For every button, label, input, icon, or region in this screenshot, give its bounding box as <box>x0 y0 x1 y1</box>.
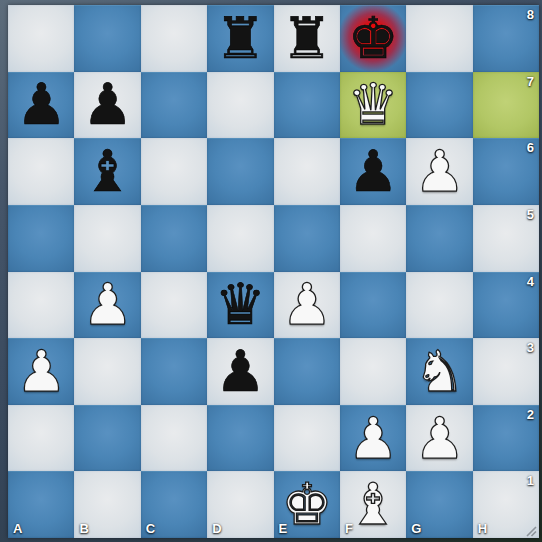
square-f3[interactable] <box>340 338 406 405</box>
piece-white-pawn[interactable]: ♟ <box>74 272 140 339</box>
square-d8[interactable]: ♜ <box>207 5 273 72</box>
piece-black-pawn[interactable]: ♟ <box>8 72 74 139</box>
piece-black-rook[interactable]: ♜ <box>274 5 340 72</box>
piece-white-pawn[interactable]: ♟ <box>406 138 472 205</box>
piece-white-king[interactable]: ♚ <box>274 471 340 538</box>
square-a2[interactable] <box>8 405 74 472</box>
square-f1[interactable]: ♝F <box>340 471 406 538</box>
square-g3[interactable]: ♞ <box>406 338 472 405</box>
square-d2[interactable] <box>207 405 273 472</box>
piece-black-rook[interactable]: ♜ <box>207 5 273 72</box>
square-f5[interactable] <box>340 205 406 272</box>
piece-white-queen[interactable]: ♛ <box>340 72 406 139</box>
square-b5[interactable] <box>74 205 140 272</box>
square-d5[interactable] <box>207 205 273 272</box>
rank-label-7: 7 <box>527 74 534 89</box>
square-d7[interactable] <box>207 72 273 139</box>
square-d6[interactable] <box>207 138 273 205</box>
square-c2[interactable] <box>141 405 207 472</box>
rank-label-6: 6 <box>527 140 534 155</box>
square-e3[interactable] <box>274 338 340 405</box>
piece-black-pawn[interactable]: ♟ <box>74 72 140 139</box>
square-h2[interactable]: 2 <box>473 405 539 472</box>
piece-white-pawn[interactable]: ♟ <box>274 272 340 339</box>
piece-white-pawn[interactable]: ♟ <box>340 405 406 472</box>
square-c6[interactable] <box>141 138 207 205</box>
square-e6[interactable] <box>274 138 340 205</box>
square-f2[interactable]: ♟ <box>340 405 406 472</box>
piece-white-pawn[interactable]: ♟ <box>406 405 472 472</box>
square-a6[interactable] <box>8 138 74 205</box>
square-a7[interactable]: ♟ <box>8 72 74 139</box>
square-b6[interactable]: ♝ <box>74 138 140 205</box>
square-b8[interactable] <box>74 5 140 72</box>
square-g1[interactable]: G <box>406 471 472 538</box>
square-a8[interactable] <box>8 5 74 72</box>
file-label-a: A <box>13 521 22 536</box>
square-a3[interactable]: ♟ <box>8 338 74 405</box>
square-b4[interactable]: ♟ <box>74 272 140 339</box>
file-label-g: G <box>411 521 421 536</box>
square-h3[interactable]: 3 <box>473 338 539 405</box>
square-b2[interactable] <box>74 405 140 472</box>
piece-white-knight[interactable]: ♞ <box>406 338 472 405</box>
rank-label-2: 2 <box>527 407 534 422</box>
square-d3[interactable]: ♟ <box>207 338 273 405</box>
file-label-h: H <box>478 521 487 536</box>
square-f4[interactable] <box>340 272 406 339</box>
piece-black-king[interactable]: ♚ <box>340 5 406 72</box>
rank-label-5: 5 <box>527 207 534 222</box>
square-f7[interactable]: ♛ <box>340 72 406 139</box>
square-b1[interactable]: B <box>74 471 140 538</box>
square-e5[interactable] <box>274 205 340 272</box>
piece-black-pawn[interactable]: ♟ <box>340 138 406 205</box>
square-c3[interactable] <box>141 338 207 405</box>
piece-white-pawn[interactable]: ♟ <box>8 338 74 405</box>
square-f8[interactable]: ♚ <box>340 5 406 72</box>
square-g4[interactable] <box>406 272 472 339</box>
square-c7[interactable] <box>141 72 207 139</box>
square-g7[interactable] <box>406 72 472 139</box>
square-g8[interactable] <box>406 5 472 72</box>
square-c4[interactable] <box>141 272 207 339</box>
file-label-b: B <box>79 521 88 536</box>
square-c1[interactable]: C <box>141 471 207 538</box>
rank-label-8: 8 <box>527 7 534 22</box>
square-g2[interactable]: ♟ <box>406 405 472 472</box>
square-d4[interactable]: ♛ <box>207 272 273 339</box>
square-g5[interactable] <box>406 205 472 272</box>
square-c8[interactable] <box>141 5 207 72</box>
file-label-c: C <box>146 521 155 536</box>
piece-black-queen[interactable]: ♛ <box>207 272 273 339</box>
square-h6[interactable]: 6 <box>473 138 539 205</box>
square-h8[interactable]: 8 <box>473 5 539 72</box>
rank-label-4: 4 <box>527 274 534 289</box>
square-e8[interactable]: ♜ <box>274 5 340 72</box>
square-h7[interactable]: 7 <box>473 72 539 139</box>
square-b7[interactable]: ♟ <box>74 72 140 139</box>
square-g6[interactable]: ♟ <box>406 138 472 205</box>
square-e1[interactable]: ♚E <box>274 471 340 538</box>
resize-handle-icon[interactable] <box>524 523 537 536</box>
square-h5[interactable]: 5 <box>473 205 539 272</box>
rank-label-3: 3 <box>527 340 534 355</box>
file-label-d: D <box>212 521 221 536</box>
square-a5[interactable] <box>8 205 74 272</box>
square-b3[interactable] <box>74 338 140 405</box>
square-c5[interactable] <box>141 205 207 272</box>
piece-black-bishop[interactable]: ♝ <box>74 138 140 205</box>
square-h4[interactable]: 4 <box>473 272 539 339</box>
square-e7[interactable] <box>274 72 340 139</box>
square-d1[interactable]: D <box>207 471 273 538</box>
square-e4[interactable]: ♟ <box>274 272 340 339</box>
piece-white-bishop[interactable]: ♝ <box>340 471 406 538</box>
square-f6[interactable]: ♟ <box>340 138 406 205</box>
square-a1[interactable]: A <box>8 471 74 538</box>
square-e2[interactable] <box>274 405 340 472</box>
square-a4[interactable] <box>8 272 74 339</box>
piece-black-pawn[interactable]: ♟ <box>207 338 273 405</box>
rank-label-1: 1 <box>527 473 534 488</box>
chess-board: ♜♜♚8♟♟♛7♝♟♟65♟♛♟4♟♟♞3♟♟2ABCD♚E♝FG1H <box>8 5 539 538</box>
